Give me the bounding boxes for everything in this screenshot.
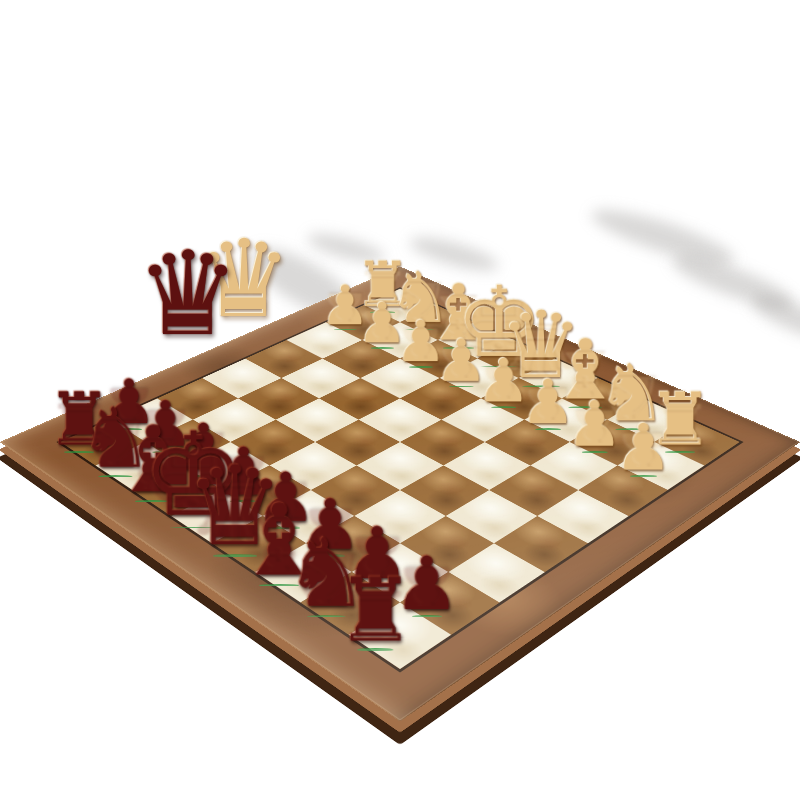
extra-red-queen: ♛ [136,236,240,352]
piece-red-rook-a8: ♜ [336,570,415,651]
product-photo-stage: ♜♞♝♚♛♝♞♜♟♟♟♟♟♟♟♟♟♟♟♟♟♟♟♟♜♞♝♚♛♝♞♜ ♛ ♛ [0,0,800,800]
board-border: ♜♞♝♚♛♝♞♜♟♟♟♟♟♟♟♟♟♟♟♟♟♟♟♟♜♞♝♚♛♝♞♜ [0,266,800,721]
piece-white-pawn-a2: ♟ [615,418,673,477]
scene: ♜♞♝♚♛♝♞♜♟♟♟♟♟♟♟♟♟♟♟♟♟♟♟♟♜♞♝♚♛♝♞♜ [0,0,800,800]
chess-board: ♜♞♝♚♛♝♞♜♟♟♟♟♟♟♟♟♟♟♟♟♟♟♟♟♜♞♝♚♛♝♞♜ [0,266,800,721]
